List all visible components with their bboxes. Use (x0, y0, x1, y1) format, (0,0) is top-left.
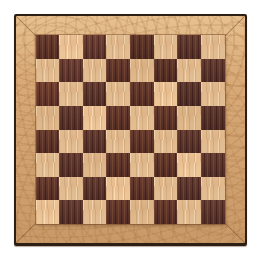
square-d6[interactable] (106, 82, 130, 106)
square-e8[interactable] (130, 35, 154, 59)
square-b4[interactable] (59, 130, 83, 154)
square-c3[interactable] (83, 153, 107, 177)
square-b7[interactable] (59, 59, 83, 83)
square-b1[interactable] (59, 200, 83, 224)
square-e5[interactable] (130, 106, 154, 130)
square-f7[interactable] (154, 59, 178, 83)
square-e1[interactable] (130, 200, 154, 224)
square-h2[interactable] (201, 177, 225, 201)
frame-miter-bottom-right (225, 223, 245, 243)
square-b5[interactable] (59, 106, 83, 130)
square-g8[interactable] (177, 35, 201, 59)
square-h3[interactable] (201, 153, 225, 177)
square-e2[interactable] (130, 177, 154, 201)
frame-miter-bottom-left (16, 223, 36, 243)
square-h5[interactable] (201, 106, 225, 130)
square-f3[interactable] (154, 153, 178, 177)
square-a1[interactable] (36, 200, 60, 224)
square-f8[interactable] (154, 35, 178, 59)
square-a6[interactable] (36, 82, 60, 106)
square-b3[interactable] (59, 153, 83, 177)
square-g3[interactable] (177, 153, 201, 177)
square-b6[interactable] (59, 82, 83, 106)
product-photo-background (0, 0, 260, 260)
square-f2[interactable] (154, 177, 178, 201)
square-a3[interactable] (36, 153, 60, 177)
square-d7[interactable] (106, 59, 130, 83)
square-e4[interactable] (130, 130, 154, 154)
square-h7[interactable] (201, 59, 225, 83)
square-f6[interactable] (154, 82, 178, 106)
square-g4[interactable] (177, 130, 201, 154)
square-h1[interactable] (201, 200, 225, 224)
square-d8[interactable] (106, 35, 130, 59)
square-d4[interactable] (106, 130, 130, 154)
square-c5[interactable] (83, 106, 107, 130)
square-d2[interactable] (106, 177, 130, 201)
square-h8[interactable] (201, 35, 225, 59)
square-g1[interactable] (177, 200, 201, 224)
square-c1[interactable] (83, 200, 107, 224)
square-c2[interactable] (83, 177, 107, 201)
square-g6[interactable] (177, 82, 201, 106)
square-f1[interactable] (154, 200, 178, 224)
square-c4[interactable] (83, 130, 107, 154)
square-e3[interactable] (130, 153, 154, 177)
square-e6[interactable] (130, 82, 154, 106)
square-e7[interactable] (130, 59, 154, 83)
square-g2[interactable] (177, 177, 201, 201)
board-grid (36, 35, 225, 224)
square-a4[interactable] (36, 130, 60, 154)
frame-miter-top-right (225, 16, 245, 36)
square-c7[interactable] (83, 59, 107, 83)
square-a7[interactable] (36, 59, 60, 83)
square-h6[interactable] (201, 82, 225, 106)
frame-miter-top-left (16, 16, 36, 36)
square-d1[interactable] (106, 200, 130, 224)
square-d5[interactable] (106, 106, 130, 130)
square-g5[interactable] (177, 106, 201, 130)
square-g7[interactable] (177, 59, 201, 83)
square-a8[interactable] (36, 35, 60, 59)
square-c6[interactable] (83, 82, 107, 106)
square-a2[interactable] (36, 177, 60, 201)
square-f5[interactable] (154, 106, 178, 130)
square-a5[interactable] (36, 106, 60, 130)
board-frame (16, 16, 245, 243)
square-h4[interactable] (201, 130, 225, 154)
square-f4[interactable] (154, 130, 178, 154)
chess-board (14, 14, 247, 246)
square-d3[interactable] (106, 153, 130, 177)
square-c8[interactable] (83, 35, 107, 59)
square-b2[interactable] (59, 177, 83, 201)
square-b8[interactable] (59, 35, 83, 59)
